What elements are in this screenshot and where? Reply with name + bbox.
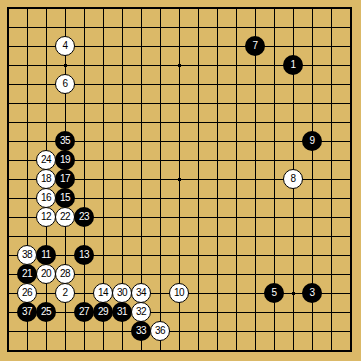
stone-9-black-R12[interactable]: 9 (302, 131, 322, 151)
stone-15-black-D9[interactable]: 15 (55, 188, 75, 208)
stone-36-white-J2[interactable]: 36 (150, 321, 170, 341)
stone-37-black-B3[interactable]: 37 (17, 302, 37, 322)
stone-20-white-C5[interactable]: 20 (36, 264, 56, 284)
stone-23-black-E8[interactable]: 23 (74, 207, 94, 227)
stone-7-black-O17[interactable]: 7 (245, 36, 265, 56)
stone-14-white-F4[interactable]: 14 (93, 283, 113, 303)
stone-28-white-D5[interactable]: 28 (55, 264, 75, 284)
go-board[interactable]: 1234567891011121314151617181920212223242… (0, 0, 361, 361)
stone-35-black-D12[interactable]: 35 (55, 131, 75, 151)
star-point (64, 64, 67, 67)
stone-31-black-G3[interactable]: 31 (112, 302, 132, 322)
stone-10-white-K4[interactable]: 10 (169, 283, 189, 303)
stone-12-white-C8[interactable]: 12 (36, 207, 56, 227)
stone-13-black-E6[interactable]: 13 (74, 245, 94, 265)
stone-24-white-C11[interactable]: 24 (36, 150, 56, 170)
stone-17-black-D10[interactable]: 17 (55, 169, 75, 189)
stone-1-black-Q16[interactable]: 1 (283, 55, 303, 75)
stone-30-white-G4[interactable]: 30 (112, 283, 132, 303)
stone-11-black-C6[interactable]: 11 (36, 245, 56, 265)
star-point (178, 64, 181, 67)
stone-18-white-C10[interactable]: 18 (36, 169, 56, 189)
stone-22-white-D8[interactable]: 22 (55, 207, 75, 227)
stone-5-black-P4[interactable]: 5 (264, 283, 284, 303)
stone-25-black-C3[interactable]: 25 (36, 302, 56, 322)
stone-2-white-D4[interactable]: 2 (55, 283, 75, 303)
stone-38-white-B6[interactable]: 38 (17, 245, 37, 265)
stone-3-black-R4[interactable]: 3 (302, 283, 322, 303)
stone-32-white-H3[interactable]: 32 (131, 302, 151, 322)
stone-26-white-B4[interactable]: 26 (17, 283, 37, 303)
stone-27-black-E3[interactable]: 27 (74, 302, 94, 322)
stone-34-white-H4[interactable]: 34 (131, 283, 151, 303)
stone-29-black-F3[interactable]: 29 (93, 302, 113, 322)
stone-8-white-Q10[interactable]: 8 (283, 169, 303, 189)
stone-6-white-D15[interactable]: 6 (55, 74, 75, 94)
star-point (178, 178, 181, 181)
stone-33-black-H2[interactable]: 33 (131, 321, 151, 341)
star-point (292, 292, 295, 295)
stone-4-white-D17[interactable]: 4 (55, 36, 75, 56)
stone-19-black-D11[interactable]: 19 (55, 150, 75, 170)
stone-21-black-B5[interactable]: 21 (17, 264, 37, 284)
stone-16-white-C9[interactable]: 16 (36, 188, 56, 208)
